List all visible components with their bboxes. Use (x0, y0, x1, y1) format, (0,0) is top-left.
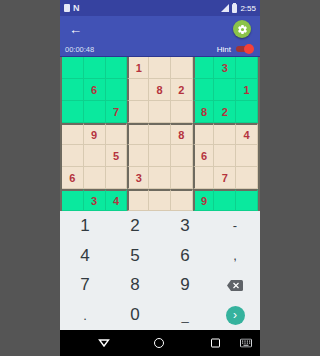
hint-label: Hint (217, 45, 231, 54)
sudoku-cell-r3c3[interactable]: 7 (106, 101, 128, 123)
signal-icon (221, 4, 229, 12)
sudoku-cell-r2c1[interactable] (62, 79, 84, 101)
sudoku-cell-r4c1[interactable] (62, 123, 84, 145)
sudoku-cell-r6c5[interactable] (149, 167, 171, 189)
cell-digit: 2 (178, 84, 184, 96)
key-3[interactable]: 3 (160, 211, 210, 241)
backspace-icon (227, 280, 243, 291)
sudoku-cell-r5c3[interactable]: 5 (106, 145, 128, 167)
sudoku-cell-r4c8[interactable] (214, 123, 236, 145)
sudoku-cell-r6c3[interactable] (106, 167, 128, 189)
sudoku-cell-r2c3[interactable] (106, 79, 128, 101)
hint-control: Hint (217, 45, 255, 54)
cell-digit: 8 (178, 129, 184, 141)
sudoku-cell-r3c5[interactable] (149, 101, 171, 123)
sudoku-cell-r7c3[interactable]: 4 (106, 189, 128, 211)
status-notification-icons: N (64, 4, 80, 13)
key--[interactable]: - (210, 211, 260, 241)
sudoku-cell-r3c2[interactable] (84, 101, 106, 123)
sudoku-cell-r3c9[interactable] (236, 101, 258, 123)
cell-digit: 8 (201, 106, 207, 118)
sudoku-cell-r4c2[interactable]: 9 (84, 123, 106, 145)
sudoku-cell-r2c7[interactable] (193, 79, 215, 101)
sudoku-cell-r1c2[interactable] (84, 57, 106, 79)
status-bar: N 2:55 (60, 0, 260, 16)
key-_[interactable]: _ (160, 300, 210, 330)
hint-toggle[interactable] (236, 45, 252, 53)
status-clock: 2:55 (240, 4, 256, 13)
timer-hint-bar: 00:00:48 Hint (60, 42, 260, 57)
cell-digit: 7 (222, 172, 228, 184)
status-system-icons: 2:55 (221, 4, 256, 13)
key-2[interactable]: 2 (110, 211, 160, 241)
cell-digit: 4 (113, 195, 119, 207)
cell-digit: 3 (91, 195, 97, 207)
sudoku-cell-r6c7[interactable] (193, 167, 215, 189)
file-icon (64, 4, 70, 12)
sudoku-cell-r6c6[interactable] (171, 167, 193, 189)
cell-digit: 2 (222, 106, 228, 118)
cell-digit: 5 (113, 150, 119, 162)
sudoku-cell-r2c8[interactable] (214, 79, 236, 101)
phone-screen: N 2:55 ← 00:00:48 Hint 13682178298456637… (60, 0, 260, 356)
cell-digit: 1 (136, 62, 142, 74)
enter-arrow-icon: › (226, 306, 245, 325)
sudoku-cell-r7c7[interactable]: 9 (193, 189, 215, 211)
keyboard-keys: 123-456,789.0_› (60, 211, 260, 330)
key-,[interactable]: , (210, 241, 260, 271)
sudoku-cell-r1c1[interactable] (62, 57, 84, 79)
sudoku-cell-r3c7[interactable]: 8 (193, 101, 215, 123)
sudoku-cell-r2c5[interactable]: 8 (149, 79, 171, 101)
sudoku-cell-r6c8[interactable]: 7 (214, 167, 236, 189)
sudoku-cell-r1c6[interactable] (171, 57, 193, 79)
app-bar: ← (60, 16, 260, 42)
key-7[interactable]: 7 (60, 271, 110, 301)
cell-digit: 6 (91, 84, 97, 96)
cell-digit: 9 (201, 195, 207, 207)
cell-digit: 9 (91, 129, 97, 141)
sudoku-cell-r4c3[interactable] (106, 123, 128, 145)
sudoku-cell-r1c9[interactable] (236, 57, 258, 79)
recents-icon[interactable] (211, 339, 220, 348)
sudoku-cell-r5c7[interactable]: 6 (193, 145, 215, 167)
sudoku-cell-r3c8[interactable]: 2 (214, 101, 236, 123)
settings-button[interactable] (233, 20, 251, 38)
key-9[interactable]: 9 (160, 271, 210, 301)
sudoku-cell-r4c4[interactable] (127, 123, 149, 145)
key-1[interactable]: 1 (60, 211, 110, 241)
sudoku-cell-r6c4[interactable]: 3 (127, 167, 149, 189)
sudoku-cell-r7c4[interactable] (127, 189, 149, 211)
navigation-bar (60, 330, 260, 356)
key-8[interactable]: 8 (110, 271, 160, 301)
dismiss-keyboard-icon[interactable] (98, 339, 110, 348)
key-0[interactable]: 0 (110, 300, 160, 330)
cell-digit: 1 (244, 84, 250, 96)
sudoku-cell-r7c9[interactable] (236, 189, 258, 211)
sudoku-cell-r5c1[interactable] (62, 145, 84, 167)
toggle-thumb (244, 44, 254, 54)
sudoku-cell-r3c6[interactable] (171, 101, 193, 123)
cell-digit: 6 (201, 150, 207, 162)
sudoku-cell-r4c6[interactable]: 8 (171, 123, 193, 145)
cell-digit: 6 (69, 172, 75, 184)
key-6[interactable]: 6 (160, 241, 210, 271)
sudoku-cell-r7c1[interactable] (62, 189, 84, 211)
n-icon: N (73, 4, 80, 13)
sudoku-cell-r7c6[interactable] (171, 189, 193, 211)
sudoku-cell-r7c8[interactable] (214, 189, 236, 211)
sudoku-cell-r1c8[interactable]: 3 (214, 57, 236, 79)
gear-icon (237, 24, 248, 35)
cell-digit: 3 (136, 172, 142, 184)
enter-key[interactable]: › (210, 300, 260, 330)
sudoku-cell-r5c8[interactable] (214, 145, 236, 167)
timer-text: 00:00:48 (65, 45, 94, 54)
sudoku-cell-r5c9[interactable] (236, 145, 258, 167)
sudoku-cell-r7c5[interactable] (149, 189, 171, 211)
cell-digit: 7 (113, 106, 119, 118)
sudoku-cell-r3c1[interactable] (62, 101, 84, 123)
home-icon[interactable] (154, 338, 164, 348)
sudoku-cell-r2c9[interactable]: 1 (236, 79, 258, 101)
key-.[interactable]: . (60, 300, 110, 330)
sudoku-cell-r6c1[interactable]: 6 (62, 167, 84, 189)
sudoku-cell-r1c7[interactable] (193, 57, 215, 79)
sudoku-cell-r3c4[interactable] (127, 101, 149, 123)
backspace-key[interactable] (210, 271, 260, 301)
sudoku-cell-r4c9[interactable]: 4 (236, 123, 258, 145)
sudoku-cell-r4c5[interactable] (149, 123, 171, 145)
sudoku-cell-r5c6[interactable] (171, 145, 193, 167)
sudoku-cell-r1c3[interactable] (106, 57, 128, 79)
sudoku-cell-r5c4[interactable] (127, 145, 149, 167)
sudoku-cell-r1c5[interactable] (149, 57, 171, 79)
sudoku-cell-r6c9[interactable] (236, 167, 258, 189)
cell-digit: 3 (222, 62, 228, 74)
key-5[interactable]: 5 (110, 241, 160, 271)
sudoku-cell-r6c2[interactable] (84, 167, 106, 189)
back-arrow-icon[interactable]: ← (69, 23, 82, 36)
cell-digit: 4 (244, 129, 250, 141)
sudoku-cell-r2c4[interactable] (127, 79, 149, 101)
sudoku-cell-r5c5[interactable] (149, 145, 171, 167)
sudoku-cell-r2c2[interactable]: 6 (84, 79, 106, 101)
keyboard-select-icon[interactable] (240, 339, 252, 348)
key-4[interactable]: 4 (60, 241, 110, 271)
sudoku-cell-r2c6[interactable]: 2 (171, 79, 193, 101)
sudoku-cell-r4c7[interactable] (193, 123, 215, 145)
battery-icon (232, 4, 237, 13)
cell-digit: 8 (156, 84, 162, 96)
sudoku-cell-r5c2[interactable] (84, 145, 106, 167)
sudoku-cell-r7c2[interactable]: 3 (84, 189, 106, 211)
sudoku-cell-r1c4[interactable]: 1 (127, 57, 149, 79)
